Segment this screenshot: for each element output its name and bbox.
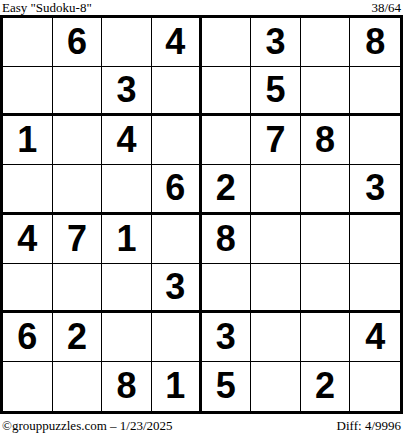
given-digit: 5 [216, 368, 236, 404]
given-digit: 7 [67, 221, 87, 257]
cell-r1c2[interactable]: 6 [53, 18, 103, 67]
cell-r3c1[interactable]: 1 [3, 116, 53, 165]
given-digit: 6 [67, 24, 87, 60]
cell-r1c3[interactable] [102, 18, 152, 67]
cell-r2c5[interactable] [202, 67, 252, 116]
cell-r4c2[interactable] [53, 165, 103, 214]
cell-r8c6[interactable] [251, 362, 301, 411]
page-footer: ©grouppuzzles.com – 1/23/2025 Diff: 4/99… [0, 414, 403, 433]
cell-r6c3[interactable] [102, 264, 152, 313]
cell-r4c3[interactable] [102, 165, 152, 214]
cell-r8c8[interactable] [350, 362, 400, 411]
cell-r5c7[interactable] [301, 215, 351, 264]
cell-r5c6[interactable] [251, 215, 301, 264]
cell-r1c4[interactable]: 4 [152, 18, 202, 67]
empty-cell-counter: 38/64 [371, 1, 401, 15]
cell-r5c5[interactable]: 8 [202, 215, 252, 264]
given-digit: 3 [216, 319, 236, 355]
given-digit: 2 [67, 319, 87, 355]
cell-r4c4[interactable]: 6 [152, 165, 202, 214]
given-digit: 8 [216, 221, 236, 257]
cell-r7c3[interactable] [102, 313, 152, 362]
cell-r7c6[interactable] [251, 313, 301, 362]
cell-r8c3[interactable]: 8 [102, 362, 152, 411]
cell-r2c4[interactable] [152, 67, 202, 116]
cell-r2c1[interactable] [3, 67, 53, 116]
cell-r7c8[interactable]: 4 [350, 313, 400, 362]
cell-r4c6[interactable] [251, 165, 301, 214]
cell-r3c8[interactable] [350, 116, 400, 165]
cell-r7c7[interactable] [301, 313, 351, 362]
given-digit: 8 [315, 122, 335, 158]
cell-r6c4[interactable]: 3 [152, 264, 202, 313]
cell-r7c4[interactable] [152, 313, 202, 362]
given-digit: 8 [365, 24, 385, 60]
given-digit: 6 [165, 170, 185, 206]
cell-r2c6[interactable]: 5 [251, 67, 301, 116]
copyright-credit: ©grouppuzzles.com – 1/23/2025 [2, 418, 173, 433]
cell-r4c7[interactable] [301, 165, 351, 214]
given-digit: 4 [165, 24, 185, 60]
given-digit: 2 [216, 170, 236, 206]
cell-r3c2[interactable] [53, 116, 103, 165]
cell-r2c3[interactable]: 3 [102, 67, 152, 116]
cell-r3c6[interactable]: 7 [251, 116, 301, 165]
sudoku-grid: 64383514786234718362348152 [0, 15, 403, 414]
cell-r6c8[interactable] [350, 264, 400, 313]
cell-r1c5[interactable] [202, 18, 252, 67]
difficulty-label: Diff: 4/9996 [337, 418, 401, 433]
given-digit: 3 [117, 72, 137, 108]
given-digit: 1 [165, 368, 185, 404]
cell-r5c4[interactable] [152, 215, 202, 264]
page-header: Easy "Sudoku-8" 38/64 [0, 0, 403, 15]
cell-r3c5[interactable] [202, 116, 252, 165]
given-digit: 2 [315, 368, 335, 404]
cell-r5c2[interactable]: 7 [53, 215, 103, 264]
cell-r4c1[interactable] [3, 165, 53, 214]
cell-r1c7[interactable] [301, 18, 351, 67]
given-digit: 4 [17, 221, 37, 257]
cell-r2c7[interactable] [301, 67, 351, 116]
given-digit: 1 [17, 122, 37, 158]
given-digit: 4 [117, 122, 137, 158]
cell-r3c7[interactable]: 8 [301, 116, 351, 165]
cell-r8c2[interactable] [53, 362, 103, 411]
given-digit: 8 [117, 368, 137, 404]
cell-r6c7[interactable] [301, 264, 351, 313]
given-digit: 3 [265, 24, 285, 60]
cell-r7c1[interactable]: 6 [3, 313, 53, 362]
given-digit: 3 [165, 269, 185, 305]
cell-r5c8[interactable] [350, 215, 400, 264]
given-digit: 5 [265, 72, 285, 108]
cell-r7c2[interactable]: 2 [53, 313, 103, 362]
cell-r5c3[interactable]: 1 [102, 215, 152, 264]
cell-r1c1[interactable] [3, 18, 53, 67]
cell-r6c2[interactable] [53, 264, 103, 313]
cell-r2c2[interactable] [53, 67, 103, 116]
cell-r4c5[interactable]: 2 [202, 165, 252, 214]
puzzle-title: Easy "Sudoku-8" [2, 1, 92, 15]
cell-r6c6[interactable] [251, 264, 301, 313]
given-digit: 3 [365, 170, 385, 206]
cell-r6c5[interactable] [202, 264, 252, 313]
cell-r8c5[interactable]: 5 [202, 362, 252, 411]
cell-r5c1[interactable]: 4 [3, 215, 53, 264]
given-digit: 1 [117, 221, 137, 257]
cell-r1c6[interactable]: 3 [251, 18, 301, 67]
cell-r3c3[interactable]: 4 [102, 116, 152, 165]
cell-r3c4[interactable] [152, 116, 202, 165]
cell-r6c1[interactable] [3, 264, 53, 313]
cell-r4c8[interactable]: 3 [350, 165, 400, 214]
given-digit: 6 [17, 319, 37, 355]
given-digit: 4 [365, 319, 385, 355]
cell-r8c1[interactable] [3, 362, 53, 411]
cell-r2c8[interactable] [350, 67, 400, 116]
cell-r1c8[interactable]: 8 [350, 18, 400, 67]
cell-r8c4[interactable]: 1 [152, 362, 202, 411]
cell-r7c5[interactable]: 3 [202, 313, 252, 362]
cell-r8c7[interactable]: 2 [301, 362, 351, 411]
given-digit: 7 [265, 122, 285, 158]
